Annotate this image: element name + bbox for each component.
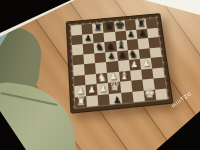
black-pawn-d6: ♟ [107, 42, 115, 50]
square-b1 [86, 95, 98, 107]
black-pawn-f7: ♟ [127, 30, 135, 38]
black-knight-f5: ♞ [129, 48, 139, 58]
captured-black-pawn-on-table: ♟ [113, 96, 122, 106]
black-queen-d8: ♛ [103, 20, 113, 31]
black-rook-g8: ♜ [136, 18, 145, 28]
white-pawn-d3: ♟ [109, 72, 117, 81]
square-a1: ♜ [75, 96, 87, 108]
black-knight-c6: ♞ [95, 42, 104, 52]
white-king-g1: ♚ [144, 87, 155, 99]
black-king-e8: ♚ [114, 19, 124, 30]
black-pawn-e5: ♟ [119, 51, 127, 59]
square-h1 [155, 88, 168, 100]
black-rook-c8: ♜ [93, 22, 102, 32]
white-pawn-g4: ♟ [142, 59, 150, 67]
black-pawn-g7: ♟ [138, 29, 146, 37]
white-pawn-b2: ♟ [88, 85, 96, 94]
black-pawn-b7: ♟ [84, 34, 92, 42]
white-pawn-a2: ♟ [76, 86, 84, 95]
white-rook-a1: ♜ [76, 95, 86, 106]
black-bishop-e6: ♝ [117, 40, 126, 50]
photo-of-chess-board-on-table: ♜♛♚♜♟♟♟♞♟♝♟♟♞♟♟♞♟♝♟♟♟♛♜♚ ♟ miliTZU [0, 0, 200, 150]
white-queen-d2: ♛ [109, 80, 120, 92]
black-pawn-d5: ♟ [108, 52, 116, 60]
white-pawn-f4: ♟ [131, 60, 139, 68]
white-bishop-e3: ♝ [120, 70, 130, 81]
white-knight-c3: ♞ [97, 72, 107, 83]
white-pawn-c2: ♟ [99, 84, 107, 93]
square-c1 [98, 94, 110, 106]
